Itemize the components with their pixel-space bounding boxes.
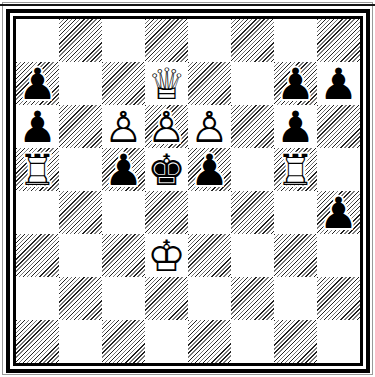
square-c5[interactable]: ♟ bbox=[102, 148, 145, 191]
square-g7[interactable]: ♟ bbox=[274, 62, 317, 105]
piece-black-pawn[interactable]: ♟ bbox=[102, 148, 145, 191]
square-f8[interactable] bbox=[231, 19, 274, 62]
white-king-icon: ♔ bbox=[145, 235, 188, 278]
black-king-icon: ♚ bbox=[145, 149, 188, 192]
square-d1[interactable] bbox=[145, 320, 188, 363]
square-e4[interactable] bbox=[188, 191, 231, 234]
square-f2[interactable] bbox=[231, 277, 274, 320]
square-a2[interactable] bbox=[16, 277, 59, 320]
square-h3[interactable] bbox=[317, 234, 360, 277]
square-f6[interactable] bbox=[231, 105, 274, 148]
black-pawn-icon: ♟ bbox=[102, 149, 145, 192]
square-h6[interactable] bbox=[317, 105, 360, 148]
square-d3[interactable]: ♚♔ bbox=[145, 234, 188, 277]
white-pawn-icon: ♙ bbox=[145, 106, 188, 149]
square-e7[interactable] bbox=[188, 62, 231, 105]
black-pawn-icon: ♟ bbox=[188, 149, 231, 192]
square-a8[interactable] bbox=[16, 19, 59, 62]
square-b6[interactable] bbox=[59, 105, 102, 148]
black-pawn-icon: ♟ bbox=[274, 106, 317, 149]
square-d7[interactable]: ♛♕ bbox=[145, 62, 188, 105]
square-b8[interactable] bbox=[59, 19, 102, 62]
square-e2[interactable] bbox=[188, 277, 231, 320]
square-h2[interactable] bbox=[317, 277, 360, 320]
square-h4[interactable]: ♟ bbox=[317, 191, 360, 234]
square-d8[interactable] bbox=[145, 19, 188, 62]
square-c3[interactable] bbox=[102, 234, 145, 277]
piece-black-pawn[interactable]: ♟ bbox=[274, 105, 317, 148]
square-h1[interactable] bbox=[317, 320, 360, 363]
top-print-artifact-line bbox=[0, 4, 375, 6]
square-h7[interactable]: ♟ bbox=[317, 62, 360, 105]
square-b5[interactable] bbox=[59, 148, 102, 191]
white-pawn-icon: ♙ bbox=[102, 106, 145, 149]
square-d4[interactable] bbox=[145, 191, 188, 234]
piece-black-pawn[interactable]: ♟ bbox=[16, 105, 59, 148]
square-e5[interactable]: ♟ bbox=[188, 148, 231, 191]
square-b1[interactable] bbox=[59, 320, 102, 363]
piece-black-king[interactable]: ♚ bbox=[145, 148, 188, 191]
chess-board: ♟♛♕♟♟♟♟♙♟♙♟♙♟♜♖♟♚♟♜♖♟♚♔ bbox=[16, 19, 360, 363]
piece-black-pawn[interactable]: ♟ bbox=[16, 62, 59, 105]
black-pawn-icon: ♟ bbox=[317, 192, 360, 235]
square-g1[interactable] bbox=[274, 320, 317, 363]
square-g5[interactable]: ♜♖ bbox=[274, 148, 317, 191]
square-h5[interactable] bbox=[317, 148, 360, 191]
white-rook-icon: ♖ bbox=[274, 149, 317, 192]
square-f7[interactable] bbox=[231, 62, 274, 105]
piece-white-rook[interactable]: ♜♖ bbox=[274, 148, 317, 191]
square-a6[interactable]: ♟ bbox=[16, 105, 59, 148]
square-d2[interactable] bbox=[145, 277, 188, 320]
square-c7[interactable] bbox=[102, 62, 145, 105]
board-outer-frame: ♟♛♕♟♟♟♟♙♟♙♟♙♟♜♖♟♚♟♜♖♟♚♔ bbox=[6, 9, 370, 373]
square-b2[interactable] bbox=[59, 277, 102, 320]
square-d6[interactable]: ♟♙ bbox=[145, 105, 188, 148]
black-pawn-icon: ♟ bbox=[16, 63, 59, 106]
piece-white-pawn[interactable]: ♟♙ bbox=[188, 105, 231, 148]
square-e8[interactable] bbox=[188, 19, 231, 62]
square-f3[interactable] bbox=[231, 234, 274, 277]
square-c4[interactable] bbox=[102, 191, 145, 234]
square-f5[interactable] bbox=[231, 148, 274, 191]
square-a5[interactable]: ♜♖ bbox=[16, 148, 59, 191]
square-g2[interactable] bbox=[274, 277, 317, 320]
square-h8[interactable] bbox=[317, 19, 360, 62]
square-a4[interactable] bbox=[16, 191, 59, 234]
piece-black-pawn[interactable]: ♟ bbox=[274, 62, 317, 105]
square-d5[interactable]: ♚ bbox=[145, 148, 188, 191]
square-f1[interactable] bbox=[231, 320, 274, 363]
white-rook-icon: ♖ bbox=[16, 149, 59, 192]
square-a1[interactable] bbox=[16, 320, 59, 363]
square-g8[interactable] bbox=[274, 19, 317, 62]
piece-white-king[interactable]: ♚♔ bbox=[145, 234, 188, 277]
black-pawn-icon: ♟ bbox=[317, 63, 360, 106]
piece-white-queen[interactable]: ♛♕ bbox=[145, 62, 188, 105]
piece-black-pawn[interactable]: ♟ bbox=[317, 191, 360, 234]
square-e3[interactable] bbox=[188, 234, 231, 277]
square-c6[interactable]: ♟♙ bbox=[102, 105, 145, 148]
piece-white-pawn[interactable]: ♟♙ bbox=[145, 105, 188, 148]
square-b4[interactable] bbox=[59, 191, 102, 234]
square-f4[interactable] bbox=[231, 191, 274, 234]
square-e6[interactable]: ♟♙ bbox=[188, 105, 231, 148]
white-queen-icon: ♕ bbox=[145, 63, 188, 106]
square-g3[interactable] bbox=[274, 234, 317, 277]
chess-diagram: ♟♛♕♟♟♟♟♙♟♙♟♙♟♜♖♟♚♟♜♖♟♚♔ bbox=[0, 0, 375, 377]
square-g4[interactable] bbox=[274, 191, 317, 234]
white-pawn-icon: ♙ bbox=[188, 106, 231, 149]
piece-white-pawn[interactable]: ♟♙ bbox=[102, 105, 145, 148]
square-c8[interactable] bbox=[102, 19, 145, 62]
piece-black-pawn[interactable]: ♟ bbox=[317, 62, 360, 105]
square-b3[interactable] bbox=[59, 234, 102, 277]
board-inner-frame: ♟♛♕♟♟♟♟♙♟♙♟♙♟♜♖♟♚♟♜♖♟♚♔ bbox=[13, 16, 363, 366]
square-c2[interactable] bbox=[102, 277, 145, 320]
square-c1[interactable] bbox=[102, 320, 145, 363]
square-a3[interactable] bbox=[16, 234, 59, 277]
square-a7[interactable]: ♟ bbox=[16, 62, 59, 105]
black-pawn-icon: ♟ bbox=[274, 63, 317, 106]
square-g6[interactable]: ♟ bbox=[274, 105, 317, 148]
square-e1[interactable] bbox=[188, 320, 231, 363]
square-b7[interactable] bbox=[59, 62, 102, 105]
piece-white-rook[interactable]: ♜♖ bbox=[16, 148, 59, 191]
piece-black-pawn[interactable]: ♟ bbox=[188, 148, 231, 191]
black-pawn-icon: ♟ bbox=[16, 106, 59, 149]
